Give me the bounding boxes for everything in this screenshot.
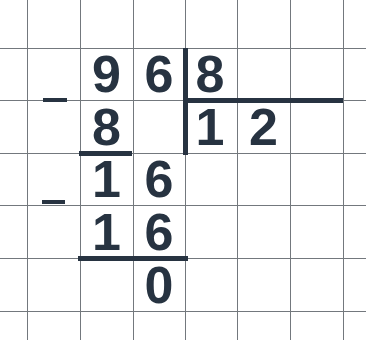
grid-line-horizontal — [0, 311, 366, 312]
dividend-digit-tens: 9 — [80, 48, 133, 100]
subtrahend2-digit-tens: 1 — [80, 205, 133, 258]
remainder1-digit-ones: 6 — [133, 153, 185, 205]
grid-line-vertical — [290, 0, 291, 340]
grid-line-vertical — [27, 0, 28, 340]
divisor-digit: 8 — [185, 48, 235, 100]
quotient-digit-ones: 2 — [237, 100, 290, 153]
quotient-digit-tens: 1 — [185, 100, 235, 153]
minus-sign-step2 — [42, 200, 65, 204]
grid-line-vertical — [343, 0, 344, 340]
dividend-digit-ones: 6 — [133, 48, 185, 100]
minus-sign-step1 — [43, 98, 67, 102]
long-division-worksheet: 9 6 8 8 1 2 1 6 1 6 0 — [0, 0, 366, 340]
grid-line-vertical — [237, 0, 238, 340]
remainder1-digit-tens: 1 — [80, 153, 133, 205]
subtrahend1-digit: 8 — [80, 100, 133, 153]
final-remainder-digit: 0 — [133, 258, 185, 311]
subtrahend2-digit-ones: 6 — [133, 205, 185, 258]
